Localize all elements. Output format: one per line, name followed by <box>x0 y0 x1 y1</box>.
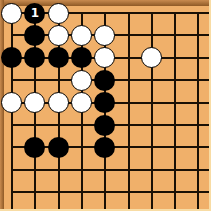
intersection-c5-r5[interactable] <box>93 92 116 114</box>
white-stone <box>48 3 69 24</box>
intersection-c6-r6[interactable] <box>116 114 139 136</box>
intersection-c4-r6[interactable] <box>70 114 93 136</box>
intersection-c5-r8[interactable] <box>93 159 116 181</box>
intersection-c2-r6[interactable] <box>23 114 46 136</box>
intersection-c3-r3[interactable] <box>47 47 70 69</box>
intersection-c8-r5[interactable] <box>163 92 186 114</box>
white-stone <box>94 25 115 46</box>
cut-edge-bottom <box>0 209 211 211</box>
intersection-c9-r2[interactable] <box>186 24 209 46</box>
intersection-c4-r3[interactable] <box>70 47 93 69</box>
white-stone <box>1 3 22 24</box>
black-stone <box>1 47 22 68</box>
white-stone <box>71 92 92 113</box>
white-stone <box>1 92 22 113</box>
black-stone <box>48 137 69 158</box>
intersection-c9-r4[interactable] <box>186 69 209 91</box>
intersection-c6-r5[interactable] <box>116 92 139 114</box>
intersection-c3-r6[interactable] <box>47 114 70 136</box>
intersection-c8-r9[interactable] <box>163 181 186 203</box>
board-grid: 1 <box>0 2 210 204</box>
intersection-c9-r6[interactable] <box>186 114 209 136</box>
white-stone <box>71 70 92 91</box>
intersection-c6-r2[interactable] <box>116 24 139 46</box>
black-stone <box>94 115 115 136</box>
intersection-c9-r5[interactable] <box>186 92 209 114</box>
intersection-c3-r5[interactable] <box>47 92 70 114</box>
white-stone <box>48 25 69 46</box>
intersection-c9-r9[interactable] <box>186 181 209 203</box>
intersection-c3-r9[interactable] <box>47 181 70 203</box>
white-stone <box>71 25 92 46</box>
intersection-c4-r7[interactable] <box>70 136 93 158</box>
intersection-c6-r9[interactable] <box>116 181 139 203</box>
move-number-label: 1 <box>31 7 39 19</box>
intersection-c6-r4[interactable] <box>116 69 139 91</box>
white-stone <box>94 47 115 68</box>
intersection-c4-r8[interactable] <box>70 159 93 181</box>
intersection-c8-r8[interactable] <box>163 159 186 181</box>
intersection-c7-r3[interactable] <box>140 47 163 69</box>
intersection-c3-r8[interactable] <box>47 159 70 181</box>
intersection-c4-r2[interactable] <box>70 24 93 46</box>
white-stone <box>48 92 69 113</box>
cut-edge-right <box>209 0 211 211</box>
intersection-c2-r7[interactable] <box>23 136 46 158</box>
intersection-c5-r4[interactable] <box>93 69 116 91</box>
intersection-c5-r7[interactable] <box>93 136 116 158</box>
intersection-c8-r2[interactable] <box>163 24 186 46</box>
intersection-c7-r4[interactable] <box>140 69 163 91</box>
intersection-c2-r3[interactable] <box>23 47 46 69</box>
intersection-c2-r8[interactable] <box>23 159 46 181</box>
intersection-c3-r2[interactable] <box>47 24 70 46</box>
black-stone <box>71 47 92 68</box>
intersection-c2-r4[interactable] <box>23 69 46 91</box>
intersection-c9-r8[interactable] <box>186 159 209 181</box>
black-stone <box>94 137 115 158</box>
intersection-c2-r2[interactable] <box>23 24 46 46</box>
black-stone <box>24 25 45 46</box>
intersection-c2-r9[interactable] <box>23 181 46 203</box>
intersection-c4-r4[interactable] <box>70 69 93 91</box>
black-stone <box>24 137 45 158</box>
black-stone <box>24 47 45 68</box>
intersection-c5-r9[interactable] <box>93 181 116 203</box>
intersection-c6-r7[interactable] <box>116 136 139 158</box>
black-stone: 1 <box>24 3 45 24</box>
intersection-c6-r8[interactable] <box>116 159 139 181</box>
intersection-c3-r7[interactable] <box>47 136 70 158</box>
go-board-diagram: 1 <box>0 0 211 211</box>
intersection-c9-r7[interactable] <box>186 136 209 158</box>
intersection-c8-r3[interactable] <box>163 47 186 69</box>
intersection-c9-r3[interactable] <box>186 47 209 69</box>
black-stone <box>48 47 69 68</box>
intersection-c5-r3[interactable] <box>93 47 116 69</box>
intersection-c3-r4[interactable] <box>47 69 70 91</box>
intersection-c5-r2[interactable] <box>93 24 116 46</box>
intersection-c7-r9[interactable] <box>140 181 163 203</box>
intersection-c2-r5[interactable] <box>23 92 46 114</box>
white-stone <box>141 47 162 68</box>
black-stone <box>94 92 115 113</box>
intersection-c8-r6[interactable] <box>163 114 186 136</box>
intersection-c7-r2[interactable] <box>140 24 163 46</box>
intersection-c4-r5[interactable] <box>70 92 93 114</box>
intersection-c7-r5[interactable] <box>140 92 163 114</box>
intersection-c7-r7[interactable] <box>140 136 163 158</box>
intersection-c5-r6[interactable] <box>93 114 116 136</box>
intersection-c4-r9[interactable] <box>70 181 93 203</box>
intersection-c8-r7[interactable] <box>163 136 186 158</box>
intersection-c8-r4[interactable] <box>163 69 186 91</box>
intersection-c6-r3[interactable] <box>116 47 139 69</box>
black-stone <box>94 70 115 91</box>
intersection-c7-r8[interactable] <box>140 159 163 181</box>
white-stone <box>24 92 45 113</box>
intersection-c7-r6[interactable] <box>140 114 163 136</box>
